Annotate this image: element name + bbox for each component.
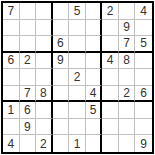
cell-r7c1[interactable]: 1 <box>3 102 20 119</box>
cell-r2c3[interactable] <box>36 20 53 37</box>
cell-r4c4[interactable]: 9 <box>53 53 70 70</box>
cell-r5c3[interactable] <box>36 69 53 86</box>
cell-r1c3[interactable] <box>36 3 53 20</box>
cell-r9c4[interactable] <box>53 135 70 152</box>
cell-r2c1[interactable] <box>3 20 20 37</box>
cell-r5c4[interactable] <box>53 69 70 86</box>
cell-r7c6[interactable]: 5 <box>86 102 103 119</box>
cell-r4c5[interactable] <box>69 53 86 70</box>
sudoku-page: 752496756294827842616594219 <box>0 0 155 155</box>
sudoku-board: 752496756294827842616594219 <box>1 1 154 154</box>
cell-r9c8[interactable] <box>119 135 136 152</box>
cell-r6c1[interactable] <box>3 86 20 103</box>
cell-r5c7[interactable] <box>102 69 119 86</box>
cell-r3c6[interactable] <box>86 36 103 53</box>
cell-r1c9[interactable]: 4 <box>135 3 152 20</box>
cell-r5c8[interactable] <box>119 69 136 86</box>
cell-r9c7[interactable] <box>102 135 119 152</box>
cell-r4c9[interactable] <box>135 53 152 70</box>
cell-r8c1[interactable] <box>3 119 20 136</box>
cell-r2c5[interactable] <box>69 20 86 37</box>
cell-r1c4[interactable] <box>53 3 70 20</box>
cell-r3c7[interactable] <box>102 36 119 53</box>
cell-r1c7[interactable]: 2 <box>102 3 119 20</box>
cell-r7c8[interactable] <box>119 102 136 119</box>
cell-r7c2[interactable]: 6 <box>20 102 37 119</box>
cell-r9c3[interactable]: 2 <box>36 135 53 152</box>
cell-r2c6[interactable] <box>86 20 103 37</box>
cell-r4c1[interactable]: 6 <box>3 53 20 70</box>
cell-r8c7[interactable] <box>102 119 119 136</box>
cell-r3c8[interactable]: 7 <box>119 36 136 53</box>
cell-r6c7[interactable] <box>102 86 119 103</box>
cell-r2c8[interactable]: 9 <box>119 20 136 37</box>
cell-r1c6[interactable] <box>86 3 103 20</box>
cell-r2c2[interactable] <box>20 20 37 37</box>
cell-r2c4[interactable] <box>53 20 70 37</box>
cell-r3c9[interactable]: 5 <box>135 36 152 53</box>
cell-r5c9[interactable] <box>135 69 152 86</box>
cell-r3c2[interactable] <box>20 36 37 53</box>
cell-r3c1[interactable] <box>3 36 20 53</box>
cell-r8c4[interactable] <box>53 119 70 136</box>
cell-r6c6[interactable]: 4 <box>86 86 103 103</box>
cell-r8c8[interactable] <box>119 119 136 136</box>
cell-r8c5[interactable] <box>69 119 86 136</box>
cell-r5c6[interactable] <box>86 69 103 86</box>
cell-r8c6[interactable] <box>86 119 103 136</box>
cell-r6c5[interactable] <box>69 86 86 103</box>
cell-r7c5[interactable] <box>69 102 86 119</box>
cell-r1c2[interactable] <box>20 3 37 20</box>
cell-r4c6[interactable] <box>86 53 103 70</box>
cell-r8c2[interactable]: 9 <box>20 119 37 136</box>
cell-r6c3[interactable]: 8 <box>36 86 53 103</box>
cell-r9c1[interactable]: 4 <box>3 135 20 152</box>
cell-r9c2[interactable] <box>20 135 37 152</box>
cell-r4c2[interactable]: 2 <box>20 53 37 70</box>
cell-r8c9[interactable] <box>135 119 152 136</box>
cell-r7c3[interactable] <box>36 102 53 119</box>
cell-r6c2[interactable]: 7 <box>20 86 37 103</box>
cell-r1c8[interactable] <box>119 3 136 20</box>
cell-r5c5[interactable]: 2 <box>69 69 86 86</box>
cell-r7c7[interactable] <box>102 102 119 119</box>
cell-r7c9[interactable] <box>135 102 152 119</box>
cell-r5c1[interactable] <box>3 69 20 86</box>
cell-r4c8[interactable]: 8 <box>119 53 136 70</box>
cell-r4c3[interactable] <box>36 53 53 70</box>
cell-r7c4[interactable] <box>53 102 70 119</box>
cell-r2c7[interactable] <box>102 20 119 37</box>
cell-r9c6[interactable] <box>86 135 103 152</box>
cell-r5c2[interactable] <box>20 69 37 86</box>
cell-r3c5[interactable] <box>69 36 86 53</box>
cell-r9c9[interactable]: 9 <box>135 135 152 152</box>
cell-r9c5[interactable]: 1 <box>69 135 86 152</box>
cell-r3c3[interactable] <box>36 36 53 53</box>
cell-r6c9[interactable]: 6 <box>135 86 152 103</box>
cell-r1c5[interactable]: 5 <box>69 3 86 20</box>
cell-r3c4[interactable]: 6 <box>53 36 70 53</box>
cell-r8c3[interactable] <box>36 119 53 136</box>
cell-r6c4[interactable] <box>53 86 70 103</box>
cell-r2c9[interactable] <box>135 20 152 37</box>
cell-r6c8[interactable]: 2 <box>119 86 136 103</box>
cell-r1c1[interactable]: 7 <box>3 3 20 20</box>
cell-r4c7[interactable]: 4 <box>102 53 119 70</box>
